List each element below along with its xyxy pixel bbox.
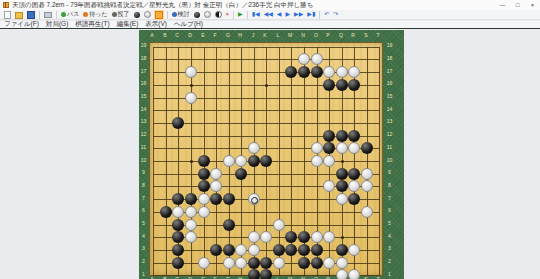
column-label: A xyxy=(148,32,157,37)
white-stone-R8 xyxy=(348,180,360,192)
row-label: 4 xyxy=(140,233,148,238)
white-stone-D5 xyxy=(185,219,197,231)
white-stone-P17 xyxy=(323,66,335,78)
white-stone-F8 xyxy=(210,180,222,192)
white-stone-D6 xyxy=(185,206,197,218)
minimize-button[interactable]: — xyxy=(495,0,510,10)
black-stone-F3 xyxy=(210,244,222,256)
black-stone-N4 xyxy=(298,231,310,243)
menu-view[interactable]: 表示(V) xyxy=(145,20,167,29)
row-label: 18 xyxy=(140,55,148,60)
floppy-icon xyxy=(27,11,35,19)
open-file-button[interactable] xyxy=(14,10,24,19)
black-stone-S11 xyxy=(361,142,373,154)
white-stone-S8 xyxy=(361,180,373,192)
stone-black-icon xyxy=(194,12,200,18)
stone-white-icon xyxy=(144,11,151,18)
stone-pair-icon xyxy=(215,11,222,18)
play-icon: ▶ xyxy=(238,10,243,19)
white-stone-O11 xyxy=(311,142,323,154)
row-label: 14 xyxy=(386,106,394,111)
column-label: O xyxy=(311,32,320,37)
black-stone-J1 xyxy=(248,269,260,279)
row-label: 15 xyxy=(386,93,394,98)
white-stone-J3 xyxy=(248,244,260,256)
black-stone-K10 xyxy=(260,155,272,167)
black-stone-C13 xyxy=(172,117,184,129)
black-stone-R7 xyxy=(348,193,360,205)
white-stone-D4 xyxy=(185,231,197,243)
folder-icon xyxy=(15,12,23,19)
print-button[interactable] xyxy=(43,10,53,19)
column-label: P xyxy=(324,32,333,37)
white-stone-G2 xyxy=(223,257,235,269)
menu-file[interactable]: ファイル(F) xyxy=(4,20,39,29)
column-label: F xyxy=(211,32,220,37)
fast-forward-icon: ▶▶ xyxy=(294,10,303,19)
row-label: 13 xyxy=(140,119,148,124)
content-area: ABCDEFGHJKLMNOPQRST 19181716151413121110… xyxy=(0,30,540,279)
grid-line xyxy=(379,47,380,277)
menu-bar: ファイル(F)対局(G)棋譜再生(T)編集(E)表示(V)ヘルプ(H) xyxy=(0,21,540,29)
white-stone-R1 xyxy=(348,269,360,279)
last-move-marker xyxy=(251,197,258,204)
white-stone-G10 xyxy=(223,155,235,167)
row-label: 4 xyxy=(386,233,394,238)
row-label: 12 xyxy=(386,132,394,137)
white-stone-S9 xyxy=(361,168,373,180)
star-point xyxy=(341,160,344,163)
black-stone-P12 xyxy=(323,130,335,142)
white-stone-E2 xyxy=(198,257,210,269)
white-stone-Q1 xyxy=(336,269,348,279)
black-stone-N17 xyxy=(298,66,310,78)
white-stone-J11 xyxy=(248,142,260,154)
black-stone-M3 xyxy=(285,244,297,256)
pass-button[interactable]: パス xyxy=(60,10,80,19)
black-stone-tool-button[interactable] xyxy=(193,10,201,19)
black-stone-Q3 xyxy=(336,244,348,256)
row-label: 10 xyxy=(140,157,148,162)
undo-button[interactable]: ↶ xyxy=(323,10,330,19)
black-stone-H9 xyxy=(235,168,247,180)
star-point xyxy=(190,84,193,87)
column-label: J xyxy=(249,32,258,37)
button-dot-icon xyxy=(83,12,88,17)
black-stone-K2 xyxy=(260,257,272,269)
app-window: 天頂の囲碁 7.2em - 79年囲碁戦挑戦者決定戦／星野光丸（黒）対 金正明（… xyxy=(0,0,540,279)
column-label: G xyxy=(223,32,232,37)
column-label: N xyxy=(299,32,308,37)
white-stone-F9 xyxy=(210,168,222,180)
column-label: K xyxy=(261,32,270,37)
button-dot-icon xyxy=(172,12,177,17)
column-label: E xyxy=(198,32,207,37)
black-stone-R16 xyxy=(348,79,360,91)
fast-forward-button[interactable]: ▶▶ xyxy=(293,10,304,19)
analysis-stone-button[interactable] xyxy=(133,10,141,19)
white-stone-Q2 xyxy=(336,257,348,269)
column-label: Q xyxy=(336,32,345,37)
window-title: 天頂の囲碁 7.2em - 79年囲碁戦挑戦者決定戦／星野光丸（黒）対 金正明（… xyxy=(12,1,313,10)
toolbar-separator xyxy=(167,11,168,19)
row-label: 19 xyxy=(386,43,394,48)
column-label: D xyxy=(186,32,195,37)
star-point xyxy=(341,236,344,239)
column-label: L xyxy=(274,32,283,37)
black-stone-G5 xyxy=(223,219,235,231)
white-stone-N18 xyxy=(298,53,310,65)
white-stone-H10 xyxy=(235,155,247,167)
black-stone-E10 xyxy=(198,155,210,167)
row-label: 14 xyxy=(140,106,148,111)
white-stone-O18 xyxy=(311,53,323,65)
stone-black-icon xyxy=(134,12,140,18)
menu-replay[interactable]: 棋譜再生(T) xyxy=(75,20,109,29)
white-stone-R11 xyxy=(348,142,360,154)
row-label: 7 xyxy=(140,195,148,200)
row-label: 13 xyxy=(386,119,394,124)
row-label: 2 xyxy=(386,259,394,264)
toolbar: パス待った投了検討×▶▮◀◀◀◀▶▶▶▶▮↶↷ xyxy=(0,10,540,20)
white-stone-K4 xyxy=(260,231,272,243)
column-label: H xyxy=(236,32,245,37)
black-stone-B6 xyxy=(160,206,172,218)
column-label: S xyxy=(362,32,371,37)
white-stone-E6 xyxy=(198,206,210,218)
star-point xyxy=(265,84,268,87)
menu-help[interactable]: ヘルプ(H) xyxy=(174,20,203,29)
printer-icon xyxy=(44,12,52,18)
black-stone-C7 xyxy=(172,193,184,205)
black-stone-M4 xyxy=(285,231,297,243)
row-label: 1 xyxy=(386,271,394,276)
study-button[interactable]: 検討 xyxy=(171,10,191,19)
row-label: 5 xyxy=(386,220,394,225)
button-dot-icon xyxy=(112,12,117,17)
forward-button[interactable]: ▶ xyxy=(284,10,291,19)
row-label: 16 xyxy=(386,81,394,86)
black-stone-K1 xyxy=(260,269,272,279)
toolbar-separator xyxy=(319,11,320,19)
row-label: 7 xyxy=(386,195,394,200)
black-stone-O2 xyxy=(311,257,323,269)
row-label: 15 xyxy=(140,93,148,98)
redo-icon: ↷ xyxy=(333,10,338,19)
black-stone-Q12 xyxy=(336,130,348,142)
black-stone-L3 xyxy=(273,244,285,256)
white-stone-P10 xyxy=(323,155,335,167)
white-stone-S6 xyxy=(361,206,373,218)
button-dot-icon xyxy=(61,12,66,17)
toolbar-separator xyxy=(247,11,248,19)
folder-highlight-icon xyxy=(155,11,163,19)
white-stone-P8 xyxy=(323,180,335,192)
black-stone-Q16 xyxy=(336,79,348,91)
row-label: 2 xyxy=(140,259,148,264)
black-stone-C4 xyxy=(172,231,184,243)
white-stone-L2 xyxy=(273,257,285,269)
row-label: 19 xyxy=(140,43,148,48)
black-stone-G3 xyxy=(223,244,235,256)
delete-button[interactable]: × xyxy=(225,10,231,19)
white-stone-P2 xyxy=(323,257,335,269)
row-label: 18 xyxy=(386,55,394,60)
black-stone-G7 xyxy=(223,193,235,205)
black-stone-C2 xyxy=(172,257,184,269)
toolbar-separator xyxy=(56,11,57,19)
back-icon: ◀ xyxy=(277,10,282,19)
column-label: T xyxy=(374,32,383,37)
row-label: 9 xyxy=(140,170,148,175)
black-stone-Q9 xyxy=(336,168,348,180)
fast-back-icon: ◀◀ xyxy=(264,10,273,19)
white-stone-H3 xyxy=(235,244,247,256)
delete-icon: × xyxy=(226,10,230,19)
white-stone-O10 xyxy=(311,155,323,167)
column-label: M xyxy=(286,32,295,37)
row-label: 10 xyxy=(386,157,394,162)
black-stone-D7 xyxy=(185,193,197,205)
black-stone-M17 xyxy=(285,66,297,78)
menu-game[interactable]: 対局(G) xyxy=(46,20,68,29)
stone-white-icon xyxy=(204,11,211,18)
row-label: 12 xyxy=(140,132,148,137)
column-label: B xyxy=(161,32,170,37)
alternate-stone-tool-button[interactable] xyxy=(214,10,223,19)
grid-line xyxy=(367,47,368,277)
white-stone-P4 xyxy=(323,231,335,243)
white-stone-D15 xyxy=(185,92,197,104)
white-stone-Q7 xyxy=(336,193,348,205)
black-stone-O17 xyxy=(311,66,323,78)
white-stone-C6 xyxy=(172,206,184,218)
row-label: 1 xyxy=(140,271,148,276)
black-stone-C3 xyxy=(172,244,184,256)
resign-button[interactable]: 投了 xyxy=(111,10,131,19)
close-button[interactable]: × xyxy=(525,0,540,10)
black-stone-E9 xyxy=(198,168,210,180)
maximize-button[interactable]: □ xyxy=(510,0,525,10)
row-label: 11 xyxy=(140,144,148,149)
white-stone-Q11 xyxy=(336,142,348,154)
row-label: 11 xyxy=(386,144,394,149)
white-stone-L5 xyxy=(273,219,285,231)
black-stone-P16 xyxy=(323,79,335,91)
black-stone-J10 xyxy=(248,155,260,167)
black-stone-O3 xyxy=(311,244,323,256)
black-stone-N2 xyxy=(298,257,310,269)
row-label: 16 xyxy=(140,81,148,86)
white-stone-H2 xyxy=(235,257,247,269)
white-stone-R3 xyxy=(348,244,360,256)
last-move-icon: ▶▮ xyxy=(307,10,315,19)
white-stone-Q17 xyxy=(336,66,348,78)
go-board-panel: ABCDEFGHJKLMNOPQRST 19181716151413121110… xyxy=(139,30,404,279)
toolbar-separator xyxy=(39,11,40,19)
first-move-icon: ▮◀ xyxy=(252,10,260,19)
white-stone-E7 xyxy=(198,193,210,205)
first-move-button[interactable]: ▮◀ xyxy=(251,10,261,19)
hint-button[interactable] xyxy=(143,10,152,19)
white-stone-D17 xyxy=(185,66,197,78)
white-stone-O4 xyxy=(311,231,323,243)
page-icon xyxy=(4,11,11,19)
save-button[interactable] xyxy=(26,10,36,19)
white-stone-J7 xyxy=(248,193,260,205)
play-button[interactable]: ▶ xyxy=(237,10,244,19)
column-label: C xyxy=(173,32,182,37)
row-label: 6 xyxy=(386,208,394,213)
black-stone-F7 xyxy=(210,193,222,205)
undo-move-button[interactable]: 待った xyxy=(82,10,108,19)
white-stone-R17 xyxy=(348,66,360,78)
black-stone-R9 xyxy=(348,168,360,180)
white-stone-J4 xyxy=(248,231,260,243)
white-stone-tool-button[interactable] xyxy=(203,10,212,19)
app-icon xyxy=(3,2,9,8)
last-move-button[interactable]: ▶▮ xyxy=(306,10,316,19)
row-label: 8 xyxy=(140,182,148,187)
star-point xyxy=(190,160,193,163)
undo-icon: ↶ xyxy=(324,10,329,19)
row-label: 8 xyxy=(386,182,394,187)
black-stone-J2 xyxy=(248,257,260,269)
new-file-button[interactable] xyxy=(3,10,12,19)
black-stone-N3 xyxy=(298,244,310,256)
black-stone-P11 xyxy=(323,142,335,154)
back-button[interactable]: ◀ xyxy=(276,10,283,19)
grid-line xyxy=(279,47,280,277)
row-label: 5 xyxy=(140,220,148,225)
row-label: 6 xyxy=(140,208,148,213)
black-stone-C5 xyxy=(172,219,184,231)
redo-button[interactable]: ↷ xyxy=(332,10,339,19)
row-label: 3 xyxy=(140,246,148,251)
column-label: R xyxy=(349,32,358,37)
menu-edit[interactable]: 編集(E) xyxy=(117,20,139,29)
black-stone-E8 xyxy=(198,180,210,192)
goban[interactable] xyxy=(149,42,383,276)
fast-back-button[interactable]: ◀◀ xyxy=(263,10,274,19)
board-edit-button[interactable] xyxy=(154,10,164,19)
row-label: 3 xyxy=(386,246,394,251)
row-label: 9 xyxy=(386,170,394,175)
forward-icon: ▶ xyxy=(285,10,290,19)
black-stone-R12 xyxy=(348,130,360,142)
black-stone-Q8 xyxy=(336,180,348,192)
row-label: 17 xyxy=(140,68,148,73)
toolbar-separator xyxy=(233,11,234,19)
row-label: 17 xyxy=(386,68,394,73)
